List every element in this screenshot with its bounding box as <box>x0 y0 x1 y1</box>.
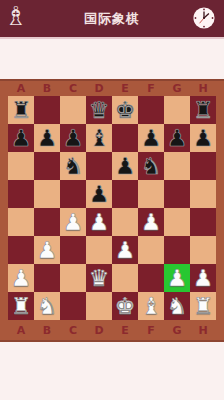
square-e3[interactable]: ♟ <box>112 236 138 264</box>
file-label-c: C <box>60 324 86 337</box>
white-knight[interactable]: ♞ <box>37 295 58 318</box>
file-label-c: C <box>60 82 86 95</box>
white-pawn[interactable]: ♟ <box>193 267 214 290</box>
black-pawn[interactable]: ♟ <box>89 183 110 206</box>
square-g8[interactable] <box>164 96 190 124</box>
white-rook[interactable]: ♜ <box>193 295 214 318</box>
square-d1[interactable] <box>86 292 112 320</box>
file-label-g: G <box>164 324 190 337</box>
square-d2[interactable]: ♛ <box>86 264 112 292</box>
square-b4[interactable] <box>34 208 60 236</box>
black-king[interactable]: ♚ <box>115 99 136 122</box>
file-label-e: E <box>112 82 138 95</box>
square-a3[interactable] <box>8 236 34 264</box>
square-e7[interactable] <box>112 124 138 152</box>
square-d8[interactable]: ♛ <box>86 96 112 124</box>
square-c7[interactable]: ♟ <box>60 124 86 152</box>
top-bar: ♗ 国际象棋 <box>0 0 224 39</box>
square-b5[interactable] <box>34 180 60 208</box>
file-label-d: D <box>86 82 112 95</box>
square-e4[interactable] <box>112 208 138 236</box>
square-c6[interactable]: ♞ <box>60 152 86 180</box>
white-bishop[interactable]: ♝ <box>141 295 162 318</box>
square-b2[interactable] <box>34 264 60 292</box>
square-f7[interactable]: ♟ <box>138 124 164 152</box>
white-pawn[interactable]: ♟ <box>115 239 136 262</box>
square-h3[interactable] <box>190 236 216 264</box>
clock-icon[interactable] <box>191 5 217 31</box>
file-coordinates-top: ABCDEFGH <box>8 81 216 96</box>
square-d3[interactable] <box>86 236 112 264</box>
board-frame: ABCDEFGH ♜♛♚♜♟♟♟♝♟♟♟♞♟♞♟♟♟♟♟♟♟♛♟♟♜♞♚♝♞♜ … <box>0 79 224 342</box>
square-f3[interactable] <box>138 236 164 264</box>
square-b3[interactable]: ♟ <box>34 236 60 264</box>
square-g2[interactable]: ♟ <box>164 264 190 292</box>
square-a2[interactable]: ♟ <box>8 264 34 292</box>
file-label-b: B <box>34 324 60 337</box>
file-label-g: G <box>164 82 190 95</box>
square-a5[interactable] <box>8 180 34 208</box>
black-pawn[interactable]: ♟ <box>63 127 84 150</box>
square-e1[interactable]: ♚ <box>112 292 138 320</box>
file-label-a: A <box>8 324 34 337</box>
square-h1[interactable]: ♜ <box>190 292 216 320</box>
black-knight[interactable]: ♞ <box>63 155 84 178</box>
square-c1[interactable] <box>60 292 86 320</box>
black-pawn[interactable]: ♟ <box>37 127 58 150</box>
file-label-h: H <box>190 324 216 337</box>
file-label-h: H <box>190 82 216 95</box>
chess-board: ♜♛♚♜♟♟♟♝♟♟♟♞♟♞♟♟♟♟♟♟♟♛♟♟♜♞♚♝♞♜ <box>8 96 216 320</box>
square-g7[interactable]: ♟ <box>164 124 190 152</box>
square-f6[interactable]: ♞ <box>138 152 164 180</box>
square-c8[interactable] <box>60 96 86 124</box>
black-bishop[interactable]: ♝ <box>89 127 110 150</box>
file-coordinates-bottom: ABCDEFGH <box>8 320 216 340</box>
square-h2[interactable]: ♟ <box>190 264 216 292</box>
black-pawn[interactable]: ♟ <box>193 127 214 150</box>
file-label-f: F <box>138 82 164 95</box>
white-knight[interactable]: ♞ <box>167 295 188 318</box>
file-label-a: A <box>8 82 34 95</box>
black-rook[interactable]: ♜ <box>11 99 32 122</box>
square-c2[interactable] <box>60 264 86 292</box>
white-pawn[interactable]: ♟ <box>167 267 188 290</box>
square-e6[interactable]: ♟ <box>112 152 138 180</box>
white-king[interactable]: ♚ <box>115 295 136 318</box>
file-label-d: D <box>86 324 112 337</box>
white-queen[interactable]: ♛ <box>89 267 110 290</box>
square-h8[interactable]: ♜ <box>190 96 216 124</box>
square-g5[interactable] <box>164 180 190 208</box>
square-g4[interactable] <box>164 208 190 236</box>
square-e8[interactable]: ♚ <box>112 96 138 124</box>
square-h7[interactable]: ♟ <box>190 124 216 152</box>
square-h4[interactable] <box>190 208 216 236</box>
square-f8[interactable] <box>138 96 164 124</box>
square-d6[interactable] <box>86 152 112 180</box>
black-knight[interactable]: ♞ <box>141 155 162 178</box>
black-queen[interactable]: ♛ <box>89 99 110 122</box>
bishop-outline-icon[interactable]: ♗ <box>4 3 27 29</box>
square-c5[interactable] <box>60 180 86 208</box>
square-a7[interactable]: ♟ <box>8 124 34 152</box>
file-label-e: E <box>112 324 138 337</box>
square-g3[interactable] <box>164 236 190 264</box>
clock-face <box>191 5 217 31</box>
white-pawn[interactable]: ♟ <box>63 211 84 234</box>
square-f2[interactable] <box>138 264 164 292</box>
square-a8[interactable]: ♜ <box>8 96 34 124</box>
square-b6[interactable] <box>34 152 60 180</box>
square-e5[interactable] <box>112 180 138 208</box>
white-pawn[interactable]: ♟ <box>11 267 32 290</box>
white-rook[interactable]: ♜ <box>11 295 32 318</box>
square-d4[interactable]: ♟ <box>86 208 112 236</box>
square-c3[interactable] <box>60 236 86 264</box>
square-b1[interactable]: ♞ <box>34 292 60 320</box>
black-pawn[interactable]: ♟ <box>141 127 162 150</box>
black-pawn[interactable]: ♟ <box>167 127 188 150</box>
square-f5[interactable] <box>138 180 164 208</box>
file-label-b: B <box>34 82 60 95</box>
white-pawn[interactable]: ♟ <box>89 211 110 234</box>
white-pawn[interactable]: ♟ <box>141 211 162 234</box>
square-a1[interactable]: ♜ <box>8 292 34 320</box>
square-d5[interactable]: ♟ <box>86 180 112 208</box>
square-h6[interactable] <box>190 152 216 180</box>
black-pawn[interactable]: ♟ <box>11 127 32 150</box>
square-b8[interactable] <box>34 96 60 124</box>
square-b7[interactable]: ♟ <box>34 124 60 152</box>
black-rook[interactable]: ♜ <box>193 99 214 122</box>
square-a4[interactable] <box>8 208 34 236</box>
square-f4[interactable]: ♟ <box>138 208 164 236</box>
square-h5[interactable] <box>190 180 216 208</box>
square-e2[interactable] <box>112 264 138 292</box>
square-g1[interactable]: ♞ <box>164 292 190 320</box>
square-f1[interactable]: ♝ <box>138 292 164 320</box>
white-pawn[interactable]: ♟ <box>37 239 58 262</box>
file-label-f: F <box>138 324 164 337</box>
square-d7[interactable]: ♝ <box>86 124 112 152</box>
square-c4[interactable]: ♟ <box>60 208 86 236</box>
black-pawn[interactable]: ♟ <box>115 155 136 178</box>
square-a6[interactable] <box>8 152 34 180</box>
square-g6[interactable] <box>164 152 190 180</box>
